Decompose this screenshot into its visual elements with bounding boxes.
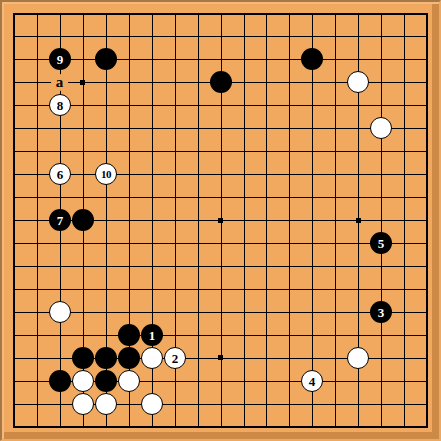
stone-number: 1	[149, 328, 156, 341]
black-stone	[301, 48, 323, 70]
black-stone	[95, 48, 117, 70]
white-stone: 4	[301, 370, 323, 392]
black-stone	[118, 324, 140, 346]
star-point	[218, 218, 223, 223]
grid-line-vertical	[426, 13, 428, 428]
black-stone	[72, 347, 94, 369]
stone-number: 3	[378, 305, 385, 318]
white-stone: 8	[49, 94, 71, 116]
white-stone	[72, 393, 94, 415]
grid-line-horizontal	[13, 289, 428, 290]
white-stone: 10	[95, 163, 117, 185]
grid-line-horizontal	[13, 426, 428, 428]
star-point	[218, 355, 223, 360]
stone-number: 6	[57, 167, 64, 180]
stone-number: 2	[172, 351, 179, 364]
grid-line-vertical	[244, 13, 245, 428]
black-stone	[95, 370, 117, 392]
black-stone	[210, 71, 232, 93]
stone-number: 8	[57, 98, 64, 111]
grid-line-horizontal	[13, 312, 428, 313]
grid-line-vertical	[266, 13, 267, 428]
white-stone	[95, 393, 117, 415]
point-label-a: a	[51, 74, 68, 91]
white-stone: 2	[164, 347, 186, 369]
grid-line-horizontal	[13, 243, 428, 244]
grid-line-vertical	[312, 13, 313, 428]
stone-number: 10	[101, 168, 111, 179]
grid-line-horizontal	[13, 266, 428, 267]
white-stone	[49, 301, 71, 323]
black-stone: 9	[49, 48, 71, 70]
black-stone	[49, 370, 71, 392]
black-stone: 5	[370, 232, 392, 254]
black-stone	[118, 347, 140, 369]
white-stone	[72, 370, 94, 392]
black-stone	[95, 347, 117, 369]
black-stone	[72, 209, 94, 231]
grid-line-vertical	[289, 13, 290, 428]
grid-line-vertical	[404, 13, 405, 428]
white-stone: 6	[49, 163, 71, 185]
stone-number: 4	[309, 374, 316, 387]
white-stone	[118, 370, 140, 392]
stone-number: 9	[57, 52, 64, 65]
star-point	[356, 218, 361, 223]
white-stone	[141, 347, 163, 369]
grid-line-vertical	[335, 13, 336, 428]
white-stone	[347, 71, 369, 93]
star-point	[80, 80, 85, 85]
stone-number: 5	[378, 236, 385, 249]
grid-line-horizontal	[13, 335, 428, 336]
white-stone	[347, 347, 369, 369]
stone-number: 7	[57, 213, 64, 226]
white-stone	[370, 117, 392, 139]
white-stone	[141, 393, 163, 415]
black-stone: 7	[49, 209, 71, 231]
go-board: 98610753124 a	[0, 0, 441, 441]
black-stone: 3	[370, 301, 392, 323]
grid-line-vertical	[381, 13, 382, 428]
black-stone: 1	[141, 324, 163, 346]
